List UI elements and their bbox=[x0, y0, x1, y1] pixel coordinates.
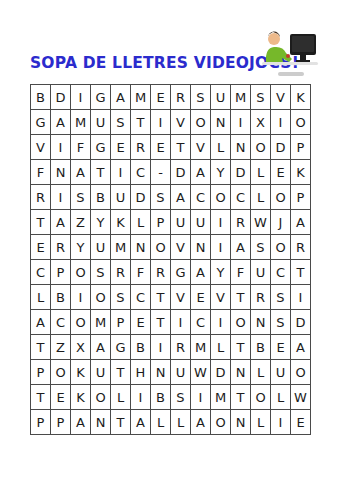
grid-cell[interactable]: T bbox=[111, 410, 131, 435]
grid-cell[interactable]: I bbox=[131, 385, 151, 410]
grid-cell[interactable]: B bbox=[51, 285, 71, 310]
grid-cell[interactable]: I bbox=[71, 285, 91, 310]
grid-cell[interactable]: U bbox=[251, 260, 271, 285]
grid-cell[interactable]: K bbox=[71, 360, 91, 385]
grid-cell[interactable]: T bbox=[91, 160, 111, 185]
grid-cell[interactable]: A bbox=[31, 310, 51, 335]
grid-cell[interactable]: A bbox=[291, 210, 311, 235]
grid-cell[interactable]: F bbox=[71, 135, 91, 160]
grid-cell[interactable]: A bbox=[191, 260, 211, 285]
grid-cell[interactable]: N bbox=[231, 360, 251, 385]
grid-cell[interactable]: P bbox=[111, 310, 131, 335]
grid-cell[interactable]: B bbox=[251, 335, 271, 360]
grid-cell[interactable]: W bbox=[251, 210, 271, 235]
grid-cell[interactable]: N bbox=[251, 310, 271, 335]
grid-cell[interactable]: S bbox=[191, 85, 211, 110]
grid-cell[interactable]: N bbox=[211, 110, 231, 135]
grid-cell[interactable]: T bbox=[231, 285, 251, 310]
grid-cell[interactable]: I bbox=[71, 85, 91, 110]
grid-cell[interactable]: N bbox=[151, 360, 171, 385]
grid-cell[interactable]: L bbox=[171, 410, 191, 435]
grid-cell[interactable]: S bbox=[111, 110, 131, 135]
grid-cell[interactable]: Y bbox=[91, 210, 111, 235]
grid-cell[interactable]: T bbox=[111, 360, 131, 385]
grid-cell[interactable]: U bbox=[171, 360, 191, 385]
grid-cell[interactable]: I bbox=[291, 285, 311, 310]
grid-cell[interactable]: K bbox=[291, 160, 311, 185]
grid-cell[interactable]: A bbox=[191, 160, 211, 185]
grid-cell[interactable]: G bbox=[91, 135, 111, 160]
grid-cell[interactable]: E bbox=[271, 160, 291, 185]
grid-cell[interactable]: T bbox=[31, 385, 51, 410]
grid-cell[interactable]: T bbox=[151, 310, 171, 335]
grid-cell[interactable]: T bbox=[31, 210, 51, 235]
grid-cell[interactable]: R bbox=[151, 260, 171, 285]
grid-cell[interactable]: E bbox=[271, 335, 291, 360]
grid-cell[interactable]: V bbox=[271, 85, 291, 110]
grid-cell[interactable]: E bbox=[191, 285, 211, 310]
grid-cell[interactable]: V bbox=[191, 135, 211, 160]
grid-cell[interactable]: I bbox=[271, 110, 291, 135]
grid-cell[interactable]: O bbox=[291, 360, 311, 385]
grid-cell[interactable]: U bbox=[91, 110, 111, 135]
grid-cell[interactable]: O bbox=[271, 185, 291, 210]
grid-cell[interactable]: W bbox=[191, 360, 211, 385]
grid-cell[interactable]: I bbox=[191, 385, 211, 410]
grid-cell[interactable]: F bbox=[31, 160, 51, 185]
grid-cell[interactable]: L bbox=[131, 210, 151, 235]
grid-cell[interactable]: B bbox=[91, 185, 111, 210]
grid-cell[interactable]: S bbox=[251, 85, 271, 110]
grid-cell[interactable]: N bbox=[131, 235, 151, 260]
grid-cell[interactable]: R bbox=[51, 235, 71, 260]
grid-cell[interactable]: U bbox=[91, 360, 111, 385]
grid-cell[interactable]: E bbox=[31, 235, 51, 260]
grid-cell[interactable]: E bbox=[151, 135, 171, 160]
grid-cell[interactable]: A bbox=[51, 210, 71, 235]
grid-cell[interactable]: O bbox=[271, 235, 291, 260]
grid-cell[interactable]: V bbox=[171, 110, 191, 135]
grid-cell[interactable]: A bbox=[91, 335, 111, 360]
grid-cell[interactable]: C bbox=[191, 185, 211, 210]
grid-cell[interactable]: R bbox=[231, 210, 251, 235]
grid-cell[interactable]: A bbox=[71, 410, 91, 435]
grid-cell[interactable]: M bbox=[191, 335, 211, 360]
grid-cell[interactable]: I bbox=[111, 160, 131, 185]
grid-cell[interactable]: T bbox=[291, 260, 311, 285]
grid-cell[interactable]: I bbox=[211, 235, 231, 260]
grid-cell[interactable]: H bbox=[131, 360, 151, 385]
grid-cell[interactable]: S bbox=[111, 285, 131, 310]
grid-cell[interactable]: F bbox=[131, 260, 151, 285]
grid-cell[interactable]: O bbox=[151, 235, 171, 260]
grid-cell[interactable]: L bbox=[211, 335, 231, 360]
grid-cell[interactable]: S bbox=[271, 285, 291, 310]
grid-cell[interactable]: I bbox=[211, 210, 231, 235]
grid-cell[interactable]: I bbox=[151, 335, 171, 360]
grid-cell[interactable]: O bbox=[91, 385, 111, 410]
grid-cell[interactable]: U bbox=[111, 185, 131, 210]
grid-cell[interactable]: A bbox=[71, 160, 91, 185]
grid-cell[interactable]: A bbox=[51, 110, 71, 135]
grid-cell[interactable]: I bbox=[211, 310, 231, 335]
grid-cell[interactable]: P bbox=[51, 260, 71, 285]
grid-cell[interactable]: A bbox=[231, 235, 251, 260]
grid-cell[interactable]: M bbox=[71, 110, 91, 135]
grid-cell[interactable]: T bbox=[131, 110, 151, 135]
grid-cell[interactable]: G bbox=[171, 260, 191, 285]
grid-cell[interactable]: V bbox=[171, 285, 191, 310]
grid-cell[interactable]: T bbox=[231, 385, 251, 410]
grid-cell[interactable]: O bbox=[251, 385, 271, 410]
grid-cell[interactable]: D bbox=[51, 85, 71, 110]
grid-cell[interactable]: L bbox=[111, 385, 131, 410]
grid-cell[interactable]: N bbox=[91, 410, 111, 435]
grid-cell[interactable]: Y bbox=[71, 235, 91, 260]
grid-cell[interactable]: S bbox=[171, 385, 191, 410]
grid-cell[interactable]: C bbox=[131, 285, 151, 310]
grid-cell[interactable]: E bbox=[111, 135, 131, 160]
grid-cell[interactable]: C bbox=[131, 160, 151, 185]
grid-cell[interactable]: T bbox=[31, 335, 51, 360]
grid-cell[interactable]: D bbox=[291, 310, 311, 335]
grid-cell[interactable]: G bbox=[111, 335, 131, 360]
grid-cell[interactable]: S bbox=[271, 310, 291, 335]
grid-cell[interactable]: L bbox=[31, 285, 51, 310]
grid-cell[interactable]: C bbox=[231, 185, 251, 210]
grid-cell[interactable]: R bbox=[251, 285, 271, 310]
grid-cell[interactable]: U bbox=[191, 210, 211, 235]
grid-cell[interactable]: R bbox=[291, 235, 311, 260]
grid-cell[interactable]: Y bbox=[211, 160, 231, 185]
grid-cell[interactable]: D bbox=[131, 185, 151, 210]
grid-cell[interactable]: L bbox=[251, 185, 271, 210]
grid-cell[interactable]: F bbox=[231, 260, 251, 285]
grid-cell[interactable]: G bbox=[91, 85, 111, 110]
grid-cell[interactable]: U bbox=[91, 235, 111, 260]
grid-cell[interactable]: O bbox=[231, 310, 251, 335]
grid-cell[interactable]: W bbox=[291, 385, 311, 410]
grid-cell[interactable]: K bbox=[71, 385, 91, 410]
grid-cell[interactable]: U bbox=[171, 210, 191, 235]
grid-cell[interactable]: R bbox=[131, 135, 151, 160]
grid-cell[interactable]: A bbox=[131, 410, 151, 435]
grid-cell[interactable]: P bbox=[291, 135, 311, 160]
grid-cell[interactable]: L bbox=[271, 385, 291, 410]
grid-cell[interactable]: O bbox=[71, 310, 91, 335]
grid-cell[interactable]: O bbox=[51, 360, 71, 385]
grid-cell[interactable]: X bbox=[251, 110, 271, 135]
grid-cell[interactable]: O bbox=[91, 285, 111, 310]
grid-cell[interactable]: I bbox=[231, 110, 251, 135]
grid-cell[interactable]: N bbox=[191, 235, 211, 260]
grid-cell[interactable]: L bbox=[251, 160, 271, 185]
grid-cell[interactable]: M bbox=[91, 310, 111, 335]
grid-cell[interactable]: P bbox=[291, 185, 311, 210]
grid-cell[interactable]: X bbox=[71, 335, 91, 360]
grid-cell[interactable]: M bbox=[231, 85, 251, 110]
grid-cell[interactable]: R bbox=[31, 185, 51, 210]
grid-cell[interactable]: E bbox=[51, 385, 71, 410]
grid-cell[interactable]: U bbox=[211, 85, 231, 110]
grid-cell[interactable]: V bbox=[211, 285, 231, 310]
grid-cell[interactable]: L bbox=[151, 410, 171, 435]
grid-cell[interactable]: E bbox=[131, 310, 151, 335]
grid-cell[interactable]: O bbox=[211, 185, 231, 210]
grid-cell[interactable]: O bbox=[71, 260, 91, 285]
grid-cell[interactable]: I bbox=[51, 185, 71, 210]
grid-cell[interactable]: N bbox=[51, 160, 71, 185]
grid-cell[interactable]: R bbox=[171, 335, 191, 360]
grid-cell[interactable]: O bbox=[191, 110, 211, 135]
grid-cell[interactable]: S bbox=[71, 185, 91, 210]
grid-cell[interactable]: T bbox=[231, 335, 251, 360]
grid-cell[interactable]: O bbox=[291, 110, 311, 135]
grid-cell[interactable]: V bbox=[31, 135, 51, 160]
grid-cell[interactable]: K bbox=[291, 85, 311, 110]
grid-cell[interactable]: N bbox=[231, 135, 251, 160]
grid-cell[interactable]: G bbox=[31, 110, 51, 135]
grid-cell[interactable]: O bbox=[211, 410, 231, 435]
grid-cell[interactable]: E bbox=[291, 410, 311, 435]
grid-cell[interactable]: I bbox=[271, 410, 291, 435]
grid-cell[interactable]: P bbox=[31, 410, 51, 435]
grid-cell[interactable]: D bbox=[271, 135, 291, 160]
grid-cell[interactable]: C bbox=[191, 310, 211, 335]
grid-cell[interactable]: N bbox=[231, 410, 251, 435]
grid-cell[interactable]: A bbox=[291, 335, 311, 360]
grid-cell[interactable]: D bbox=[171, 160, 191, 185]
grid-cell[interactable]: C bbox=[31, 260, 51, 285]
grid-cell[interactable]: A bbox=[191, 410, 211, 435]
grid-cell[interactable]: P bbox=[51, 410, 71, 435]
grid-cell[interactable]: A bbox=[171, 185, 191, 210]
grid-cell[interactable]: K bbox=[111, 210, 131, 235]
grid-cell[interactable]: T bbox=[171, 135, 191, 160]
grid-cell[interactable]: S bbox=[91, 260, 111, 285]
grid-cell[interactable]: L bbox=[251, 360, 271, 385]
grid-cell[interactable]: B bbox=[131, 335, 151, 360]
grid-cell[interactable]: I bbox=[51, 135, 71, 160]
grid-cell[interactable]: M bbox=[211, 385, 231, 410]
grid-cell[interactable]: L bbox=[211, 135, 231, 160]
grid-cell[interactable]: L bbox=[251, 410, 271, 435]
person-at-computer-icon bbox=[258, 28, 320, 80]
grid-cell[interactable]: M bbox=[131, 85, 151, 110]
worksheet-page: SOPA DE LLETRES VIDEOJOCS! BDIGAMERSUMSV… bbox=[0, 0, 340, 480]
grid-cell[interactable]: U bbox=[271, 360, 291, 385]
grid-cell[interactable]: J bbox=[271, 210, 291, 235]
grid-cell[interactable]: D bbox=[231, 160, 251, 185]
grid-cell[interactable]: E bbox=[151, 85, 171, 110]
grid-cell[interactable]: B bbox=[151, 385, 171, 410]
grid-cell[interactable]: Z bbox=[51, 335, 71, 360]
grid-cell[interactable]: I bbox=[151, 110, 171, 135]
grid-cell[interactable]: R bbox=[111, 260, 131, 285]
grid-cell[interactable]: Z bbox=[71, 210, 91, 235]
grid-cell[interactable]: I bbox=[171, 310, 191, 335]
grid-cell[interactable]: R bbox=[171, 85, 191, 110]
grid-cell[interactable]: P bbox=[31, 360, 51, 385]
grid-cell[interactable]: S bbox=[251, 235, 271, 260]
grid-cell[interactable]: B bbox=[31, 85, 51, 110]
grid-cell[interactable]: S bbox=[151, 185, 171, 210]
word-search-grid: BDIGAMERSUMSVKGAMUSTIVONIXIOVIFGERETVLNO… bbox=[30, 84, 311, 435]
grid-cell[interactable]: V bbox=[171, 235, 191, 260]
grid-cell[interactable]: P bbox=[151, 210, 171, 235]
grid-cell[interactable]: Y bbox=[211, 260, 231, 285]
grid-cell[interactable]: - bbox=[151, 160, 171, 185]
grid-cell[interactable]: D bbox=[211, 360, 231, 385]
grid-cell[interactable]: A bbox=[111, 85, 131, 110]
grid-cell[interactable]: T bbox=[151, 285, 171, 310]
grid-cell[interactable]: C bbox=[271, 260, 291, 285]
grid-cell[interactable]: C bbox=[51, 310, 71, 335]
grid-cell[interactable]: O bbox=[251, 135, 271, 160]
grid-cell[interactable]: M bbox=[111, 235, 131, 260]
